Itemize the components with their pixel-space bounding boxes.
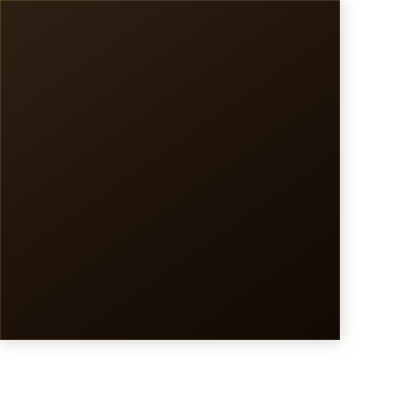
chess-set-photo [0,0,400,400]
pieces-layer [0,0,400,400]
